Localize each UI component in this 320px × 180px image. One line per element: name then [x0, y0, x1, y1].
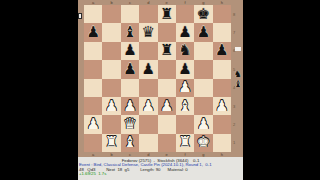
square-h8[interactable] [213, 5, 231, 23]
black-queen: ♛ [142, 25, 155, 40]
white-bishop: ♝ [123, 135, 136, 150]
rank-label-1: 1 [232, 134, 242, 152]
white-rook: ♜ [178, 135, 191, 150]
captured-black-knight-icon: ♞ [234, 69, 243, 79]
square-e4[interactable] [158, 79, 176, 97]
white-pawn: ♟ [142, 98, 155, 113]
square-c3[interactable]: ♟ [121, 97, 139, 115]
square-c5[interactable]: ♟ [121, 60, 139, 78]
square-h7[interactable] [213, 23, 231, 41]
square-a8[interactable] [84, 5, 102, 23]
white-rook: ♜ [105, 135, 118, 150]
square-a2[interactable]: ♟ [84, 115, 102, 133]
square-d7[interactable]: ♛ [139, 23, 157, 41]
black-pawn: ♟ [123, 43, 136, 58]
black-pawn: ♟ [178, 61, 191, 76]
square-h3[interactable]: ♟ [213, 97, 231, 115]
square-b1[interactable]: ♜ [102, 134, 120, 152]
white-pawn: ♟ [123, 98, 136, 113]
square-c8[interactable] [121, 5, 139, 23]
square-a4[interactable] [84, 79, 102, 97]
white-pawn: ♟ [86, 116, 99, 131]
square-a1[interactable] [84, 134, 102, 152]
black-king: ♚ [197, 6, 210, 21]
square-f6[interactable]: ♞ [176, 42, 194, 60]
square-g3[interactable] [194, 97, 212, 115]
chess-board[interactable]: ♜♚♟♝♛♟♟♟♜♞♟♟♟♟♟♟♟♟♟♝♟♟♛♟♜♝♜♚ [84, 5, 231, 152]
square-a3[interactable] [84, 97, 102, 115]
square-c6[interactable]: ♟ [121, 42, 139, 60]
square-e2[interactable] [158, 115, 176, 133]
square-a7[interactable]: ♟ [84, 23, 102, 41]
black-pawn: ♟ [197, 25, 210, 40]
black-knight: ♞ [178, 43, 191, 58]
square-f7[interactable]: ♟ [176, 23, 194, 41]
square-d1[interactable] [139, 134, 157, 152]
square-f8[interactable] [176, 5, 194, 23]
square-d6[interactable] [139, 42, 157, 60]
square-h4[interactable] [213, 79, 231, 97]
right-margin-marker [235, 47, 241, 51]
white-pawn: ♟ [197, 116, 210, 131]
square-b6[interactable] [102, 42, 120, 60]
square-a5[interactable] [84, 60, 102, 78]
square-d2[interactable] [139, 115, 157, 133]
square-b3[interactable]: ♟ [102, 97, 120, 115]
rank-label-8: 8 [232, 5, 242, 23]
square-h2[interactable] [213, 115, 231, 133]
square-c2[interactable]: ♛ [121, 115, 139, 133]
square-g4[interactable] [194, 79, 212, 97]
square-g2[interactable]: ♟ [194, 115, 212, 133]
square-d8[interactable] [139, 5, 157, 23]
rank-label-7: 7 [232, 23, 242, 41]
square-d5[interactable]: ♟ [139, 60, 157, 78]
captured-black-bishop-icon: ♝ [234, 79, 243, 89]
white-pawn: ♟ [215, 98, 228, 113]
captured-pieces-tray: ♞♝ [234, 69, 243, 89]
square-b2[interactable] [102, 115, 120, 133]
square-e5[interactable] [158, 60, 176, 78]
square-c7[interactable]: ♝ [121, 23, 139, 41]
square-b4[interactable] [102, 79, 120, 97]
square-c4[interactable] [121, 79, 139, 97]
square-d3[interactable]: ♟ [139, 97, 157, 115]
square-b5[interactable] [102, 60, 120, 78]
black-rook: ♜ [160, 43, 173, 58]
engine-eval-line: +1.69/25 1.7s [78, 172, 243, 177]
square-e6[interactable]: ♜ [158, 42, 176, 60]
black-pawn: ♟ [86, 25, 99, 40]
left-margin-marker [78, 13, 82, 19]
square-e7[interactable] [158, 23, 176, 41]
black-rook: ♜ [160, 6, 173, 21]
black-bishop: ♝ [123, 25, 136, 40]
square-d4[interactable] [139, 79, 157, 97]
square-g7[interactable]: ♟ [194, 23, 212, 41]
white-pawn: ♟ [178, 80, 191, 95]
square-h6[interactable]: ♟ [213, 42, 231, 60]
white-pawn: ♟ [160, 98, 173, 113]
square-a6[interactable] [84, 42, 102, 60]
square-e8[interactable]: ♜ [158, 5, 176, 23]
square-f2[interactable] [176, 115, 194, 133]
black-pawn: ♟ [123, 61, 136, 76]
video-frame: { "game": "chess", "position": { "fen": … [0, 0, 320, 180]
square-f3[interactable]: ♝ [176, 97, 194, 115]
square-g6[interactable] [194, 42, 212, 60]
black-pawn: ♟ [178, 25, 191, 40]
white-pawn: ♟ [105, 98, 118, 113]
rank-label-2: 2 [232, 115, 242, 133]
white-king: ♚ [197, 135, 210, 150]
square-g5[interactable] [194, 60, 212, 78]
rank-label-3: 3 [232, 97, 242, 115]
white-bishop: ♝ [178, 98, 191, 113]
chess-app-content: abcdefgh ♜♚♟♝♛♟♟♟♜♞♟♟♟♟♟♟♟♟♟♝♟♟♛♟♜♝♜♚ 87… [78, 0, 243, 180]
black-pawn: ♟ [142, 61, 155, 76]
square-f4[interactable]: ♟ [176, 79, 194, 97]
square-h5[interactable] [213, 60, 231, 78]
square-h1[interactable] [213, 134, 231, 152]
square-b7[interactable] [102, 23, 120, 41]
square-g1[interactable]: ♚ [194, 134, 212, 152]
square-b8[interactable] [102, 5, 120, 23]
square-c1[interactable]: ♝ [121, 134, 139, 152]
black-pawn: ♟ [215, 43, 228, 58]
square-g8[interactable]: ♚ [194, 5, 212, 23]
square-f5[interactable]: ♟ [176, 60, 194, 78]
game-info-panel: Fedorov (2575) - Stockfish (3644) 0-1 Ev… [78, 157, 243, 180]
white-queen: ♛ [123, 116, 136, 131]
square-f1[interactable]: ♜ [176, 134, 194, 152]
square-e3[interactable]: ♟ [158, 97, 176, 115]
square-e1[interactable] [158, 134, 176, 152]
